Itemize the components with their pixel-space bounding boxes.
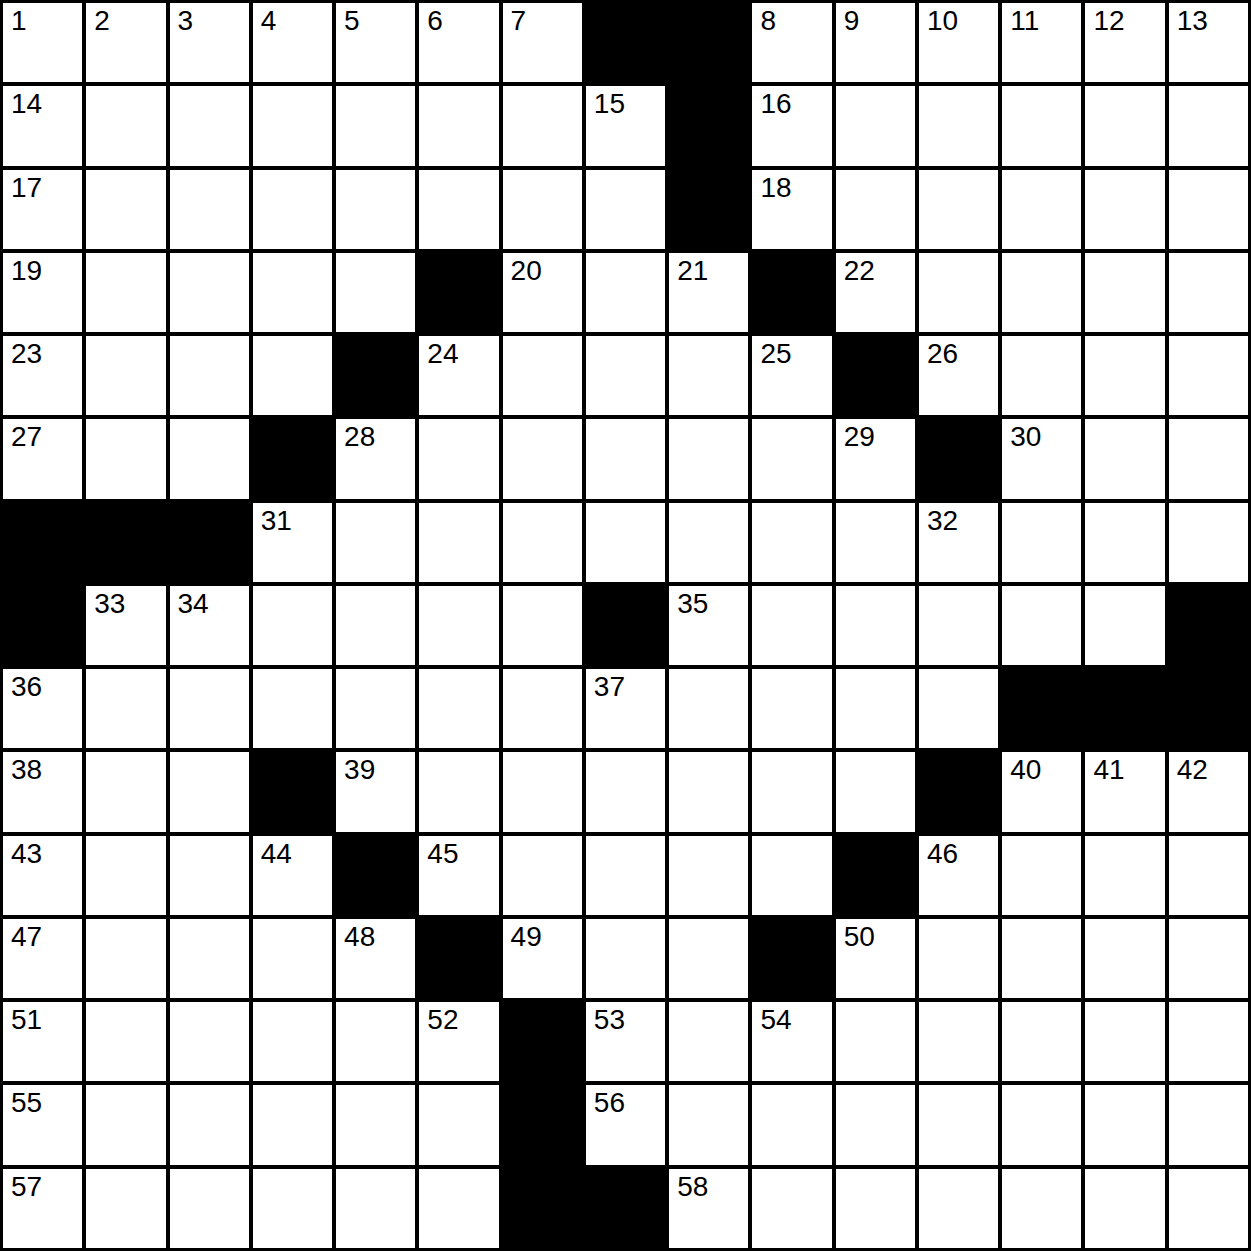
cell-r3c13[interactable] bbox=[1002, 170, 1081, 249]
cell-r13c12[interactable] bbox=[919, 1002, 998, 1081]
clue-number: 31 bbox=[261, 507, 292, 535]
cell-r14c5[interactable] bbox=[336, 1085, 415, 1164]
clue-number: 57 bbox=[11, 1173, 42, 1201]
cell-r12c7[interactable]: 49 bbox=[503, 919, 582, 998]
cell-r1c13[interactable]: 11 bbox=[1002, 3, 1081, 82]
clue-number: 1 bbox=[11, 7, 27, 35]
clue-number: 22 bbox=[844, 257, 875, 285]
black-square-r12c6 bbox=[419, 919, 498, 998]
cell-r10c15[interactable]: 42 bbox=[1169, 752, 1248, 831]
cell-r15c9[interactable]: 58 bbox=[669, 1169, 748, 1248]
cell-r15c14[interactable] bbox=[1085, 1169, 1164, 1248]
cell-r15c11[interactable] bbox=[836, 1169, 915, 1248]
cell-r12c12[interactable] bbox=[919, 919, 998, 998]
clue-number: 48 bbox=[344, 923, 375, 951]
clue-number: 30 bbox=[1010, 423, 1041, 451]
cell-r13c14[interactable] bbox=[1085, 1002, 1164, 1081]
clue-number: 33 bbox=[94, 590, 125, 618]
cell-r5c13[interactable] bbox=[1002, 336, 1081, 415]
black-square-r5c5 bbox=[336, 336, 415, 415]
cell-r3c10[interactable]: 18 bbox=[752, 170, 831, 249]
clue-number: 50 bbox=[844, 923, 875, 951]
black-square-r8c1 bbox=[3, 586, 82, 665]
cell-r9c4[interactable] bbox=[253, 669, 332, 748]
cell-r9c12[interactable] bbox=[919, 669, 998, 748]
cell-r2c13[interactable] bbox=[1002, 86, 1081, 165]
cell-r3c3[interactable] bbox=[170, 170, 249, 249]
cell-r5c3[interactable] bbox=[170, 336, 249, 415]
cell-r4c4[interactable] bbox=[253, 253, 332, 332]
black-square-r13c7 bbox=[503, 1002, 582, 1081]
clue-number: 12 bbox=[1093, 7, 1124, 35]
cell-r13c9[interactable] bbox=[669, 1002, 748, 1081]
cell-r7c6[interactable] bbox=[419, 503, 498, 582]
cell-r11c3[interactable] bbox=[170, 836, 249, 915]
clue-number: 4 bbox=[261, 7, 277, 35]
cell-r10c5[interactable]: 39 bbox=[336, 752, 415, 831]
black-square-r11c5 bbox=[336, 836, 415, 915]
cell-r10c7[interactable] bbox=[503, 752, 582, 831]
cell-r13c15[interactable] bbox=[1169, 1002, 1248, 1081]
cell-r4c7[interactable]: 20 bbox=[503, 253, 582, 332]
cell-r10c13[interactable]: 40 bbox=[1002, 752, 1081, 831]
clue-number: 28 bbox=[344, 423, 375, 451]
cell-r8c6[interactable] bbox=[419, 586, 498, 665]
cell-r5c14[interactable] bbox=[1085, 336, 1164, 415]
cell-r3c8[interactable] bbox=[586, 170, 665, 249]
cell-r14c12[interactable] bbox=[919, 1085, 998, 1164]
black-square-r15c7 bbox=[503, 1169, 582, 1248]
cell-r7c10[interactable] bbox=[752, 503, 831, 582]
clue-number: 47 bbox=[11, 923, 42, 951]
cell-r13c2[interactable] bbox=[86, 1002, 165, 1081]
cell-r12c14[interactable] bbox=[1085, 919, 1164, 998]
black-square-r6c4 bbox=[253, 419, 332, 498]
cell-r13c6[interactable]: 52 bbox=[419, 1002, 498, 1081]
black-square-r10c4 bbox=[253, 752, 332, 831]
clue-number: 49 bbox=[511, 923, 542, 951]
cell-r6c13[interactable]: 30 bbox=[1002, 419, 1081, 498]
cell-r1c3[interactable]: 3 bbox=[170, 3, 249, 82]
clue-number: 58 bbox=[677, 1173, 708, 1201]
cell-r14c8[interactable]: 56 bbox=[586, 1085, 665, 1164]
cell-r4c12[interactable] bbox=[919, 253, 998, 332]
cell-r15c12[interactable] bbox=[919, 1169, 998, 1248]
cell-r8c10[interactable] bbox=[752, 586, 831, 665]
cell-r13c4[interactable] bbox=[253, 1002, 332, 1081]
cell-r7c15[interactable] bbox=[1169, 503, 1248, 582]
cell-r3c1[interactable]: 17 bbox=[3, 170, 82, 249]
cell-r14c10[interactable] bbox=[752, 1085, 831, 1164]
cell-r6c3[interactable] bbox=[170, 419, 249, 498]
clue-number: 34 bbox=[178, 590, 209, 618]
cell-r11c13[interactable] bbox=[1002, 836, 1081, 915]
clue-number: 39 bbox=[344, 756, 375, 784]
black-square-r9c15 bbox=[1169, 669, 1248, 748]
cell-r13c5[interactable] bbox=[336, 1002, 415, 1081]
clue-number: 14 bbox=[11, 90, 42, 118]
cell-r6c5[interactable]: 28 bbox=[336, 419, 415, 498]
clue-number: 42 bbox=[1177, 756, 1208, 784]
black-square-r5c11 bbox=[836, 336, 915, 415]
black-square-r12c10 bbox=[752, 919, 831, 998]
clue-number: 41 bbox=[1093, 756, 1124, 784]
clue-number: 37 bbox=[594, 673, 625, 701]
cell-r14c3[interactable] bbox=[170, 1085, 249, 1164]
cell-r13c3[interactable] bbox=[170, 1002, 249, 1081]
cell-r3c5[interactable] bbox=[336, 170, 415, 249]
cell-r2c15[interactable] bbox=[1169, 86, 1248, 165]
clue-number: 52 bbox=[427, 1006, 458, 1034]
black-square-r10c12 bbox=[919, 752, 998, 831]
clue-number: 35 bbox=[677, 590, 708, 618]
black-square-r4c10 bbox=[752, 253, 831, 332]
cell-r8c5[interactable] bbox=[336, 586, 415, 665]
cell-r9c11[interactable] bbox=[836, 669, 915, 748]
clue-number: 26 bbox=[927, 340, 958, 368]
cell-r15c13[interactable] bbox=[1002, 1169, 1081, 1248]
cell-r9c2[interactable] bbox=[86, 669, 165, 748]
clue-number: 6 bbox=[427, 7, 443, 35]
clue-number: 44 bbox=[261, 840, 292, 868]
clue-number: 27 bbox=[11, 423, 42, 451]
clue-number: 46 bbox=[927, 840, 958, 868]
black-square-r1c9 bbox=[669, 3, 748, 82]
crossword-grid: 1234567891011121314151617181920212223242… bbox=[0, 0, 1251, 1251]
cell-r9c9[interactable] bbox=[669, 669, 748, 748]
cell-r6c8[interactable] bbox=[586, 419, 665, 498]
clue-number: 54 bbox=[760, 1006, 791, 1034]
cell-r5c9[interactable] bbox=[669, 336, 748, 415]
cell-r8c14[interactable] bbox=[1085, 586, 1164, 665]
black-square-r11c11 bbox=[836, 836, 915, 915]
cell-r8c7[interactable] bbox=[503, 586, 582, 665]
cell-r12c13[interactable] bbox=[1002, 919, 1081, 998]
cell-r14c13[interactable] bbox=[1002, 1085, 1081, 1164]
cell-r1c2[interactable]: 2 bbox=[86, 3, 165, 82]
black-square-r8c8 bbox=[586, 586, 665, 665]
cell-r8c2[interactable]: 33 bbox=[86, 586, 165, 665]
cell-r6c11[interactable]: 29 bbox=[836, 419, 915, 498]
cell-r5c2[interactable] bbox=[86, 336, 165, 415]
cell-r5c8[interactable] bbox=[586, 336, 665, 415]
cell-r14c2[interactable] bbox=[86, 1085, 165, 1164]
cell-r10c3[interactable] bbox=[170, 752, 249, 831]
black-square-r2c9 bbox=[669, 86, 748, 165]
cell-r10c14[interactable]: 41 bbox=[1085, 752, 1164, 831]
cell-r15c4[interactable] bbox=[253, 1169, 332, 1248]
cell-r1c15[interactable]: 13 bbox=[1169, 3, 1248, 82]
cell-r6c2[interactable] bbox=[86, 419, 165, 498]
cell-r4c14[interactable] bbox=[1085, 253, 1164, 332]
cell-r1c12[interactable]: 10 bbox=[919, 3, 998, 82]
cell-r11c7[interactable] bbox=[503, 836, 582, 915]
cell-r14c11[interactable] bbox=[836, 1085, 915, 1164]
cell-r2c1[interactable]: 14 bbox=[3, 86, 82, 165]
clue-number: 43 bbox=[11, 840, 42, 868]
clue-number: 16 bbox=[760, 90, 791, 118]
cell-r8c4[interactable] bbox=[253, 586, 332, 665]
cell-r9c6[interactable] bbox=[419, 669, 498, 748]
cell-r12c3[interactable] bbox=[170, 919, 249, 998]
cell-r4c3[interactable] bbox=[170, 253, 249, 332]
cell-r14c1[interactable]: 55 bbox=[3, 1085, 82, 1164]
cell-r4c8[interactable] bbox=[586, 253, 665, 332]
cell-r1c4[interactable]: 4 bbox=[253, 3, 332, 82]
cell-r6c15[interactable] bbox=[1169, 419, 1248, 498]
clue-number: 23 bbox=[11, 340, 42, 368]
cell-r13c10[interactable]: 54 bbox=[752, 1002, 831, 1081]
cell-r8c12[interactable] bbox=[919, 586, 998, 665]
black-square-r4c6 bbox=[419, 253, 498, 332]
cell-r2c11[interactable] bbox=[836, 86, 915, 165]
clue-number: 25 bbox=[760, 340, 791, 368]
cell-r2c12[interactable] bbox=[919, 86, 998, 165]
cell-r3c6[interactable] bbox=[419, 170, 498, 249]
cell-r10c1[interactable]: 38 bbox=[3, 752, 82, 831]
cell-r2c4[interactable] bbox=[253, 86, 332, 165]
cell-r3c14[interactable] bbox=[1085, 170, 1164, 249]
cell-r4c1[interactable]: 19 bbox=[3, 253, 82, 332]
cell-r4c5[interactable] bbox=[336, 253, 415, 332]
clue-number: 15 bbox=[594, 90, 625, 118]
cell-r13c8[interactable]: 53 bbox=[586, 1002, 665, 1081]
black-square-r9c14 bbox=[1085, 669, 1164, 748]
cell-r12c5[interactable]: 48 bbox=[336, 919, 415, 998]
cell-r4c15[interactable] bbox=[1169, 253, 1248, 332]
black-square-r9c13 bbox=[1002, 669, 1081, 748]
cell-r4c13[interactable] bbox=[1002, 253, 1081, 332]
cell-r1c5[interactable]: 5 bbox=[336, 3, 415, 82]
cell-r7c11[interactable] bbox=[836, 503, 915, 582]
clue-number: 11 bbox=[1010, 7, 1039, 35]
cell-r3c2[interactable] bbox=[86, 170, 165, 249]
clue-number: 40 bbox=[1010, 756, 1041, 784]
clue-number: 45 bbox=[427, 840, 458, 868]
clue-number: 13 bbox=[1177, 7, 1208, 35]
cell-r9c3[interactable] bbox=[170, 669, 249, 748]
cell-r6c14[interactable] bbox=[1085, 419, 1164, 498]
cell-r7c12[interactable]: 32 bbox=[919, 503, 998, 582]
cell-r7c4[interactable]: 31 bbox=[253, 503, 332, 582]
cell-r6c9[interactable] bbox=[669, 419, 748, 498]
cell-r1c6[interactable]: 6 bbox=[419, 3, 498, 82]
clue-number: 32 bbox=[927, 507, 958, 535]
cell-r15c5[interactable] bbox=[336, 1169, 415, 1248]
clue-number: 38 bbox=[11, 756, 42, 784]
cell-r14c6[interactable] bbox=[419, 1085, 498, 1164]
cell-r13c13[interactable] bbox=[1002, 1002, 1081, 1081]
cell-r12c8[interactable] bbox=[586, 919, 665, 998]
clue-number: 8 bbox=[760, 7, 776, 35]
cell-r8c11[interactable] bbox=[836, 586, 915, 665]
clue-number: 36 bbox=[11, 673, 42, 701]
clue-number: 20 bbox=[511, 257, 542, 285]
clue-number: 56 bbox=[594, 1089, 625, 1117]
cell-r15c2[interactable] bbox=[86, 1169, 165, 1248]
black-square-r1c8 bbox=[586, 3, 665, 82]
clue-number: 18 bbox=[760, 174, 791, 202]
cell-r10c9[interactable] bbox=[669, 752, 748, 831]
cell-r5c10[interactable]: 25 bbox=[752, 336, 831, 415]
cell-r4c9[interactable]: 21 bbox=[669, 253, 748, 332]
cell-r12c15[interactable] bbox=[1169, 919, 1248, 998]
cell-r2c7[interactable] bbox=[503, 86, 582, 165]
cell-r10c2[interactable] bbox=[86, 752, 165, 831]
cell-r1c11[interactable]: 9 bbox=[836, 3, 915, 82]
clue-number: 51 bbox=[11, 1006, 42, 1034]
black-square-r8c15 bbox=[1169, 586, 1248, 665]
cell-r6c6[interactable] bbox=[419, 419, 498, 498]
cell-r10c11[interactable] bbox=[836, 752, 915, 831]
black-square-r14c7 bbox=[503, 1085, 582, 1164]
cell-r6c10[interactable] bbox=[752, 419, 831, 498]
cell-r11c2[interactable] bbox=[86, 836, 165, 915]
cell-r2c8[interactable]: 15 bbox=[586, 86, 665, 165]
cell-r11c10[interactable] bbox=[752, 836, 831, 915]
black-square-r7c2 bbox=[86, 503, 165, 582]
cell-r2c2[interactable] bbox=[86, 86, 165, 165]
clue-number: 5 bbox=[344, 7, 360, 35]
black-square-r6c12 bbox=[919, 419, 998, 498]
clue-number: 7 bbox=[511, 7, 527, 35]
black-square-r15c8 bbox=[586, 1169, 665, 1248]
cell-r6c1[interactable]: 27 bbox=[3, 419, 82, 498]
cell-r11c4[interactable]: 44 bbox=[253, 836, 332, 915]
cell-r10c8[interactable] bbox=[586, 752, 665, 831]
cell-r5c15[interactable] bbox=[1169, 336, 1248, 415]
cell-r3c7[interactable] bbox=[503, 170, 582, 249]
cell-r15c1[interactable]: 57 bbox=[3, 1169, 82, 1248]
cell-r9c7[interactable] bbox=[503, 669, 582, 748]
cell-r9c5[interactable] bbox=[336, 669, 415, 748]
cell-r7c14[interactable] bbox=[1085, 503, 1164, 582]
cell-r5c12[interactable]: 26 bbox=[919, 336, 998, 415]
cell-r3c4[interactable] bbox=[253, 170, 332, 249]
cell-r2c3[interactable] bbox=[170, 86, 249, 165]
black-square-r7c1 bbox=[3, 503, 82, 582]
cell-r7c13[interactable] bbox=[1002, 503, 1081, 582]
cell-r3c12[interactable] bbox=[919, 170, 998, 249]
cell-r11c8[interactable] bbox=[586, 836, 665, 915]
cell-r8c3[interactable]: 34 bbox=[170, 586, 249, 665]
cell-r13c11[interactable] bbox=[836, 1002, 915, 1081]
cell-r11c6[interactable]: 45 bbox=[419, 836, 498, 915]
cell-r1c14[interactable]: 12 bbox=[1085, 3, 1164, 82]
cell-r11c15[interactable] bbox=[1169, 836, 1248, 915]
clue-number: 24 bbox=[427, 340, 458, 368]
clue-number: 29 bbox=[844, 423, 875, 451]
cell-r9c8[interactable]: 37 bbox=[586, 669, 665, 748]
clue-number: 10 bbox=[927, 7, 958, 35]
cell-r4c2[interactable] bbox=[86, 253, 165, 332]
cell-r7c8[interactable] bbox=[586, 503, 665, 582]
cell-r5c1[interactable]: 23 bbox=[3, 336, 82, 415]
cell-r1c10[interactable]: 8 bbox=[752, 3, 831, 82]
cell-r4c11[interactable]: 22 bbox=[836, 253, 915, 332]
cell-r3c11[interactable] bbox=[836, 170, 915, 249]
cell-r15c6[interactable] bbox=[419, 1169, 498, 1248]
clue-number: 55 bbox=[11, 1089, 42, 1117]
clue-number: 3 bbox=[178, 7, 194, 35]
cell-r15c10[interactable] bbox=[752, 1169, 831, 1248]
cell-r10c6[interactable] bbox=[419, 752, 498, 831]
cell-r7c9[interactable] bbox=[669, 503, 748, 582]
cell-r8c9[interactable]: 35 bbox=[669, 586, 748, 665]
cell-r10c10[interactable] bbox=[752, 752, 831, 831]
cell-r5c7[interactable] bbox=[503, 336, 582, 415]
clue-number: 53 bbox=[594, 1006, 625, 1034]
cell-r12c2[interactable] bbox=[86, 919, 165, 998]
clue-number: 17 bbox=[11, 174, 42, 202]
cell-r8c13[interactable] bbox=[1002, 586, 1081, 665]
cell-r14c4[interactable] bbox=[253, 1085, 332, 1164]
cell-r11c12[interactable]: 46 bbox=[919, 836, 998, 915]
cell-r2c5[interactable] bbox=[336, 86, 415, 165]
clue-number: 9 bbox=[844, 7, 860, 35]
cell-r15c15[interactable] bbox=[1169, 1169, 1248, 1248]
cell-r1c7[interactable]: 7 bbox=[503, 3, 582, 82]
cell-r3c15[interactable] bbox=[1169, 170, 1248, 249]
cell-r14c14[interactable] bbox=[1085, 1085, 1164, 1164]
cell-r2c6[interactable] bbox=[419, 86, 498, 165]
cell-r7c7[interactable] bbox=[503, 503, 582, 582]
cell-r14c15[interactable] bbox=[1169, 1085, 1248, 1164]
cell-r11c1[interactable]: 43 bbox=[3, 836, 82, 915]
cell-r15c3[interactable] bbox=[170, 1169, 249, 1248]
cell-r12c9[interactable] bbox=[669, 919, 748, 998]
cell-r12c1[interactable]: 47 bbox=[3, 919, 82, 998]
cell-r14c9[interactable] bbox=[669, 1085, 748, 1164]
cell-r6c7[interactable] bbox=[503, 419, 582, 498]
cell-r11c14[interactable] bbox=[1085, 836, 1164, 915]
cell-r2c10[interactable]: 16 bbox=[752, 86, 831, 165]
cell-r11c9[interactable] bbox=[669, 836, 748, 915]
cell-r9c10[interactable] bbox=[752, 669, 831, 748]
clue-number: 19 bbox=[11, 257, 42, 285]
cell-r5c6[interactable]: 24 bbox=[419, 336, 498, 415]
clue-number: 2 bbox=[94, 7, 110, 35]
cell-r13c1[interactable]: 51 bbox=[3, 1002, 82, 1081]
cell-r7c5[interactable] bbox=[336, 503, 415, 582]
cell-r5c4[interactable] bbox=[253, 336, 332, 415]
cell-r12c4[interactable] bbox=[253, 919, 332, 998]
cell-r2c14[interactable] bbox=[1085, 86, 1164, 165]
clue-number: 21 bbox=[677, 257, 708, 285]
cell-r9c1[interactable]: 36 bbox=[3, 669, 82, 748]
cell-r12c11[interactable]: 50 bbox=[836, 919, 915, 998]
black-square-r3c9 bbox=[669, 170, 748, 249]
cell-r1c1[interactable]: 1 bbox=[3, 3, 82, 82]
black-square-r7c3 bbox=[170, 503, 249, 582]
